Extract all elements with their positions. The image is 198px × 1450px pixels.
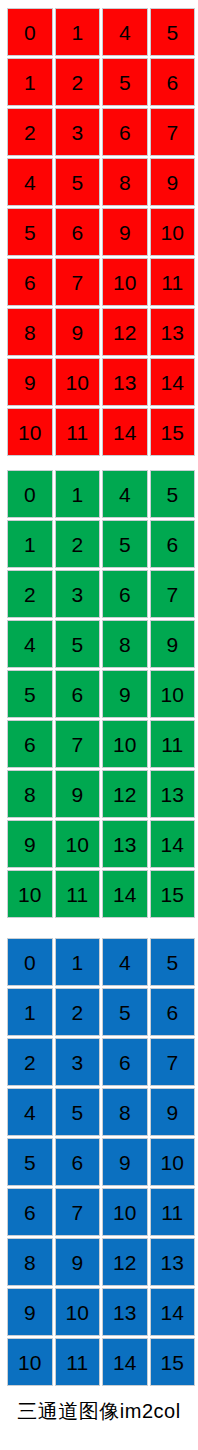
green-cell-r8c4: 14 [150,820,196,868]
green-cell-r2c4: 6 [150,520,196,568]
blue-cell-r6c3: 10 [102,1188,148,1236]
red-cell-r2c3: 5 [102,58,148,106]
red-cell-r1c1: 0 [7,8,53,56]
blue-cell-r1c4: 5 [150,938,196,986]
blue-cell-r2c4: 6 [150,988,196,1036]
red-cell-r7c3: 12 [102,308,148,356]
green-cell-r6c2: 7 [55,720,101,768]
red-cell-r3c2: 3 [55,108,101,156]
red-cell-r1c3: 4 [102,8,148,56]
blue-cell-r3c3: 6 [102,1038,148,1086]
green-cell-r8c3: 13 [102,820,148,868]
blue-cell-r6c4: 11 [150,1188,196,1236]
red-cell-r8c4: 14 [150,358,196,406]
red-cell-r2c4: 6 [150,58,196,106]
blue-cell-r5c1: 5 [7,1138,53,1186]
blue-cell-r2c2: 2 [55,988,101,1036]
blue-cell-r4c1: 4 [7,1088,53,1136]
blue-cell-r3c4: 7 [150,1038,196,1086]
red-cell-r4c4: 9 [150,158,196,206]
green-cell-r2c1: 1 [7,520,53,568]
red-cell-r8c2: 10 [55,358,101,406]
blue-cell-r1c2: 1 [55,938,101,986]
red-cell-r5c1: 5 [7,208,53,256]
green-cell-r9c1: 10 [7,870,53,918]
red-cell-r7c4: 13 [150,308,196,356]
red-cell-r1c2: 1 [55,8,101,56]
red-cell-r1c4: 5 [150,8,196,56]
blue-cell-r3c1: 2 [7,1038,53,1086]
green-cell-r5c2: 6 [55,670,101,718]
green-cell-r3c4: 7 [150,570,196,618]
blue-cell-r7c1: 8 [7,1238,53,1286]
red-channel-grid: 0145125623674589569106710118912139101314… [7,8,195,456]
red-cell-r6c3: 10 [102,258,148,306]
blue-cell-r3c2: 3 [55,1038,101,1086]
green-cell-r5c3: 9 [102,670,148,718]
green-cell-r1c3: 4 [102,470,148,518]
blue-cell-r8c2: 10 [55,1288,101,1336]
green-cell-r3c3: 6 [102,570,148,618]
red-cell-r7c2: 9 [55,308,101,356]
red-cell-r4c3: 8 [102,158,148,206]
green-cell-r7c1: 8 [7,770,53,818]
red-cell-r3c3: 6 [102,108,148,156]
green-cell-r7c2: 9 [55,770,101,818]
green-cell-r1c1: 0 [7,470,53,518]
green-cell-r1c2: 1 [55,470,101,518]
red-cell-r8c1: 9 [7,358,53,406]
red-cell-r9c3: 14 [102,408,148,456]
red-cell-r6c1: 6 [7,258,53,306]
red-cell-r2c1: 1 [7,58,53,106]
blue-cell-r8c4: 14 [150,1288,196,1336]
green-cell-r8c2: 10 [55,820,101,868]
blue-cell-r1c3: 4 [102,938,148,986]
blue-cell-r2c1: 1 [7,988,53,1036]
blue-cell-r4c2: 5 [55,1088,101,1136]
green-cell-r9c2: 11 [55,870,101,918]
green-cell-r4c1: 4 [7,620,53,668]
red-cell-r5c3: 9 [102,208,148,256]
green-cell-r6c3: 10 [102,720,148,768]
blue-cell-r7c2: 9 [55,1238,101,1286]
red-cell-r8c3: 13 [102,358,148,406]
green-cell-r9c3: 14 [102,870,148,918]
green-cell-r4c2: 5 [55,620,101,668]
red-cell-r6c2: 7 [55,258,101,306]
red-cell-r4c2: 5 [55,158,101,206]
green-cell-r3c1: 2 [7,570,53,618]
blue-cell-r6c1: 6 [7,1188,53,1236]
red-cell-r3c1: 2 [7,108,53,156]
green-cell-r8c1: 9 [7,820,53,868]
blue-cell-r1c1: 0 [7,938,53,986]
green-cell-r4c3: 8 [102,620,148,668]
blue-cell-r4c3: 8 [102,1088,148,1136]
blue-channel-grid: 0145125623674589569106710118912139101314… [7,938,195,1386]
green-cell-r6c1: 6 [7,720,53,768]
red-cell-r9c1: 10 [7,408,53,456]
blue-cell-r8c1: 9 [7,1288,53,1336]
green-cell-r7c4: 13 [150,770,196,818]
blue-cell-r9c4: 15 [150,1338,196,1386]
red-cell-r2c2: 2 [55,58,101,106]
green-cell-r3c2: 3 [55,570,101,618]
red-cell-r3c4: 7 [150,108,196,156]
green-cell-r9c4: 15 [150,870,196,918]
red-cell-r4c1: 4 [7,158,53,206]
blue-cell-r8c3: 13 [102,1288,148,1336]
blue-cell-r2c3: 5 [102,988,148,1036]
green-cell-r1c4: 5 [150,470,196,518]
green-cell-r5c1: 5 [7,670,53,718]
blue-cell-r9c1: 10 [7,1338,53,1386]
red-cell-r5c2: 6 [55,208,101,256]
blue-cell-r5c2: 6 [55,1138,101,1186]
red-cell-r6c4: 11 [150,258,196,306]
blue-cell-r9c3: 14 [102,1338,148,1386]
red-cell-r7c1: 8 [7,308,53,356]
red-cell-r9c2: 11 [55,408,101,456]
red-cell-r5c4: 10 [150,208,196,256]
blue-cell-r9c2: 11 [55,1338,101,1386]
caption: 三通道图像im2col [0,1398,198,1425]
blue-cell-r7c4: 13 [150,1238,196,1286]
red-cell-r9c4: 15 [150,408,196,456]
green-cell-r2c2: 2 [55,520,101,568]
green-cell-r7c3: 12 [102,770,148,818]
blue-cell-r4c4: 9 [150,1088,196,1136]
blue-cell-r5c4: 10 [150,1138,196,1186]
green-cell-r2c3: 5 [102,520,148,568]
blue-cell-r7c3: 12 [102,1238,148,1286]
green-cell-r4c4: 9 [150,620,196,668]
blue-cell-r6c2: 7 [55,1188,101,1236]
green-cell-r5c4: 10 [150,670,196,718]
green-cell-r6c4: 11 [150,720,196,768]
blue-cell-r5c3: 9 [102,1138,148,1186]
green-channel-grid: 0145125623674589569106710118912139101314… [7,470,195,918]
